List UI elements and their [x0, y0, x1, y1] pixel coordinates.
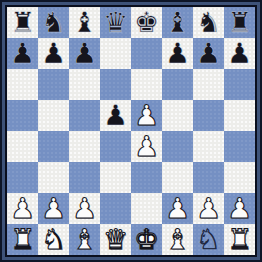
square-h7[interactable]: ♟ [224, 38, 255, 69]
square-d4[interactable] [100, 131, 131, 162]
square-f4[interactable] [162, 131, 193, 162]
piece-black-rook[interactable]: ♜ [227, 7, 252, 38]
square-a5[interactable] [7, 100, 38, 131]
square-c7[interactable]: ♟ [69, 38, 100, 69]
square-c2[interactable]: ♟ [69, 193, 100, 224]
piece-white-knight-outline[interactable]: ♘ [196, 224, 221, 255]
piece-white-pawn[interactable]: ♟ [196, 193, 221, 224]
piece-white-pawn[interactable]: ♟ [227, 193, 252, 224]
piece-black-pawn[interactable]: ♟ [196, 38, 221, 69]
piece-white-queen[interactable]: ♛ [103, 224, 128, 255]
piece-white-king[interactable]: ♚ [134, 224, 159, 255]
square-f5[interactable] [162, 100, 193, 131]
piece-black-king[interactable]: ♚ [134, 7, 159, 38]
square-b8[interactable]: ♞ [38, 7, 69, 38]
square-d3[interactable] [100, 162, 131, 193]
square-b2[interactable]: ♟ [38, 193, 69, 224]
piece-white-pawn[interactable]: ♟ [10, 193, 35, 224]
piece-white-knight[interactable]: ♞ [41, 224, 66, 255]
piece-black-knight[interactable]: ♞ [41, 7, 66, 38]
square-f8[interactable]: ♝ [162, 7, 193, 38]
square-g4[interactable] [193, 131, 224, 162]
square-f3[interactable] [162, 162, 193, 193]
square-a7[interactable]: ♟ [7, 38, 38, 69]
square-f6[interactable] [162, 69, 193, 100]
square-a4[interactable] [7, 131, 38, 162]
piece-white-bishop[interactable]: ♝ [165, 224, 190, 255]
square-g5[interactable] [193, 100, 224, 131]
square-e1[interactable]: ♚ [131, 224, 162, 255]
square-b7[interactable]: ♟ [38, 38, 69, 69]
chess-board: ♜♞♝♛♚♝♞♜♟♟♟♟♟♟♟♟♟♟♟♟♟♟♟♜♞♝♛♚♝♘♜ [7, 7, 255, 255]
square-a2[interactable]: ♟ [7, 193, 38, 224]
square-e3[interactable] [131, 162, 162, 193]
square-c6[interactable] [69, 69, 100, 100]
square-h8[interactable]: ♜ [224, 7, 255, 38]
piece-white-pawn[interactable]: ♟ [134, 100, 159, 131]
square-c1[interactable]: ♝ [69, 224, 100, 255]
square-h1[interactable]: ♜ [224, 224, 255, 255]
square-e4[interactable]: ♟ [131, 131, 162, 162]
square-h6[interactable] [224, 69, 255, 100]
square-d6[interactable] [100, 69, 131, 100]
square-h2[interactable]: ♟ [224, 193, 255, 224]
piece-black-pawn[interactable]: ♟ [10, 38, 35, 69]
piece-black-pawn[interactable]: ♟ [227, 38, 252, 69]
square-h3[interactable] [224, 162, 255, 193]
square-d8[interactable]: ♛ [100, 7, 131, 38]
square-g2[interactable]: ♟ [193, 193, 224, 224]
square-d7[interactable] [100, 38, 131, 69]
square-g8[interactable]: ♞ [193, 7, 224, 38]
square-c5[interactable] [69, 100, 100, 131]
square-b4[interactable] [38, 131, 69, 162]
board-frame-inner-line: ♜♞♝♛♚♝♞♜♟♟♟♟♟♟♟♟♟♟♟♟♟♟♟♜♞♝♛♚♝♘♜ [5, 5, 257, 257]
piece-white-pawn[interactable]: ♟ [72, 193, 97, 224]
square-b1[interactable]: ♞ [38, 224, 69, 255]
square-d5[interactable]: ♟ [100, 100, 131, 131]
square-a6[interactable] [7, 69, 38, 100]
piece-black-queen[interactable]: ♛ [103, 7, 128, 38]
square-a3[interactable] [7, 162, 38, 193]
piece-white-rook[interactable]: ♜ [227, 224, 252, 255]
square-c8[interactable]: ♝ [69, 7, 100, 38]
square-f1[interactable]: ♝ [162, 224, 193, 255]
square-g3[interactable] [193, 162, 224, 193]
piece-black-bishop[interactable]: ♝ [165, 7, 190, 38]
square-a1[interactable]: ♜ [7, 224, 38, 255]
square-g7[interactable]: ♟ [193, 38, 224, 69]
piece-white-pawn[interactable]: ♟ [134, 131, 159, 162]
piece-white-pawn[interactable]: ♟ [165, 193, 190, 224]
square-h4[interactable] [224, 131, 255, 162]
piece-black-pawn[interactable]: ♟ [165, 38, 190, 69]
board-frame-bevel: ♜♞♝♛♚♝♞♜♟♟♟♟♟♟♟♟♟♟♟♟♟♟♟♜♞♝♛♚♝♘♜ [2, 2, 260, 260]
square-e2[interactable] [131, 193, 162, 224]
square-b6[interactable] [38, 69, 69, 100]
piece-black-pawn[interactable]: ♟ [72, 38, 97, 69]
square-e6[interactable] [131, 69, 162, 100]
piece-black-pawn[interactable]: ♟ [41, 38, 66, 69]
piece-black-knight[interactable]: ♞ [196, 7, 221, 38]
square-e5[interactable]: ♟ [131, 100, 162, 131]
square-b3[interactable] [38, 162, 69, 193]
square-f7[interactable]: ♟ [162, 38, 193, 69]
square-f2[interactable]: ♟ [162, 193, 193, 224]
square-a8[interactable]: ♜ [7, 7, 38, 38]
square-d2[interactable] [100, 193, 131, 224]
square-c3[interactable] [69, 162, 100, 193]
board-frame: ♜♞♝♛♚♝♞♜♟♟♟♟♟♟♟♟♟♟♟♟♟♟♟♜♞♝♛♚♝♘♜ [0, 0, 262, 262]
piece-white-pawn[interactable]: ♟ [41, 193, 66, 224]
piece-white-bishop[interactable]: ♝ [72, 224, 97, 255]
square-g6[interactable] [193, 69, 224, 100]
square-e8[interactable]: ♚ [131, 7, 162, 38]
square-g1[interactable]: ♘ [193, 224, 224, 255]
square-e7[interactable] [131, 38, 162, 69]
square-h5[interactable] [224, 100, 255, 131]
square-c4[interactable] [69, 131, 100, 162]
piece-white-rook[interactable]: ♜ [10, 224, 35, 255]
piece-black-pawn[interactable]: ♟ [103, 100, 128, 131]
piece-black-bishop[interactable]: ♝ [72, 7, 97, 38]
piece-black-rook[interactable]: ♜ [10, 7, 35, 38]
square-d1[interactable]: ♛ [100, 224, 131, 255]
square-b5[interactable] [38, 100, 69, 131]
